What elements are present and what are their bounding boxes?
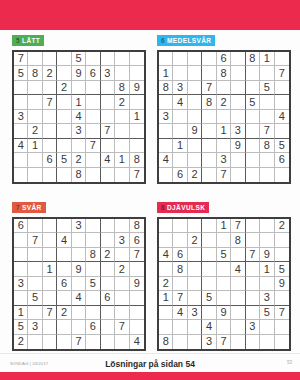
- sudoku-cell: [275, 320, 289, 334]
- sudoku-cell: [115, 52, 129, 66]
- sudoku-cell: [159, 219, 173, 233]
- sudoku-cell: [130, 66, 144, 80]
- sudoku-cell: [101, 219, 115, 233]
- sudoku-cell: [260, 110, 274, 124]
- sudoku-cell: [260, 335, 274, 349]
- sudoku-cell: [101, 262, 115, 276]
- sudoku-cell: [130, 306, 144, 320]
- sudoku-cell: [260, 168, 274, 182]
- sudoku-cell: [217, 291, 231, 305]
- sudoku-cell: [231, 306, 245, 320]
- sudoku-cell: [57, 139, 71, 153]
- sudoku-cell: [275, 81, 289, 95]
- sudoku-cell: [173, 233, 187, 247]
- sudoku-cell: 8: [159, 335, 173, 349]
- sudoku-cell: [43, 219, 57, 233]
- sudoku-cell: 2: [101, 248, 115, 262]
- sudoku-cell: 1: [159, 66, 173, 80]
- sudoku-cell: [217, 81, 231, 95]
- sudoku-cell: [246, 219, 260, 233]
- sudoku-cell: [202, 306, 216, 320]
- sudoku-cell: 1: [72, 95, 86, 109]
- sudoku-cell: [28, 277, 42, 291]
- puzzle-section-svar: 7SVÅR 638743682719236595461725367274: [12, 202, 146, 351]
- sudoku-cell: [188, 219, 202, 233]
- sudoku-cell: [43, 52, 57, 66]
- sudoku-cell: [275, 291, 289, 305]
- sudoku-cell: 8: [86, 248, 100, 262]
- sudoku-cell: 7: [217, 335, 231, 349]
- sudoku-cell: 6: [275, 153, 289, 167]
- sudoku-cell: [188, 110, 202, 124]
- sudoku-cell: [115, 124, 129, 138]
- sudoku-cell: [188, 52, 202, 66]
- sudoku-cell: [14, 262, 28, 276]
- sudoku-cell: 1: [260, 262, 274, 276]
- badge-number: 8: [161, 204, 165, 211]
- sudoku-cell: [86, 52, 100, 66]
- sudoku-cell: [231, 95, 245, 109]
- sudoku-cell: 5: [217, 248, 231, 262]
- sudoku-cell: 3: [217, 153, 231, 167]
- sudoku-cell: 5: [86, 277, 100, 291]
- sudoku-cell: [130, 320, 144, 334]
- sudoku-cell: [202, 139, 216, 153]
- sudoku-cell: [246, 335, 260, 349]
- sudoku-cell: [101, 139, 115, 153]
- sudoku-cell: 8: [115, 81, 129, 95]
- sudoku-cell: [188, 291, 202, 305]
- sudoku-cell: [246, 66, 260, 80]
- sudoku-cell: 3: [14, 110, 28, 124]
- sudoku-cell: [43, 110, 57, 124]
- sudoku-cell: [57, 66, 71, 80]
- sudoku-cell: 3: [159, 110, 173, 124]
- sudoku-cell: [130, 52, 144, 66]
- sudoku-cell: [217, 277, 231, 291]
- sudoku-cell: [101, 81, 115, 95]
- sudoku-cell: [188, 153, 202, 167]
- sudoku-cell: [217, 233, 231, 247]
- sudoku-cell: [86, 262, 100, 276]
- solutions-text: Lösningar på sidan 54: [0, 359, 300, 369]
- sudoku-cell: [246, 306, 260, 320]
- sudoku-cell: 7: [217, 168, 231, 182]
- sudoku-cell: [86, 95, 100, 109]
- sudoku-cell: [188, 66, 202, 80]
- sudoku-cell: [72, 81, 86, 95]
- sudoku-cell: 3: [72, 219, 86, 233]
- sudoku-cell: [275, 95, 289, 109]
- sudoku-cell: 2: [28, 124, 42, 138]
- sudoku-cell: [101, 320, 115, 334]
- sudoku-cell: [246, 262, 260, 276]
- sudoku-cell: 4: [72, 291, 86, 305]
- sudoku-cell: [86, 219, 100, 233]
- puzzle-grid-layout: 5LÄTT 7558296328971234123741765241887 6M…: [12, 35, 289, 351]
- sudoku-cell: 4: [130, 335, 144, 349]
- sudoku-cell: 2: [115, 95, 129, 109]
- sudoku-cell: [246, 291, 260, 305]
- sudoku-cell: 3: [231, 124, 245, 138]
- sudoku-cell: [57, 291, 71, 305]
- sudoku-board: 7558296328971234123741765241887: [12, 50, 146, 184]
- sudoku-cell: [28, 168, 42, 182]
- puzzle-section-latt: 5LÄTT 7558296328971234123741765241887: [12, 35, 146, 184]
- puzzle-section-medelsvar: 6MEDELSVÅR 68118783754825349137198543662…: [157, 35, 291, 184]
- sudoku-cell: [202, 262, 216, 276]
- sudoku-cell: 7: [275, 66, 289, 80]
- sudoku-cell: [130, 124, 144, 138]
- sudoku-cell: 4: [101, 153, 115, 167]
- sudoku-cell: [43, 168, 57, 182]
- sudoku-cell: 1: [217, 219, 231, 233]
- sudoku-cell: [130, 262, 144, 276]
- sudoku-cell: [43, 81, 57, 95]
- sudoku-cell: 2: [72, 153, 86, 167]
- sudoku-cell: [57, 95, 71, 109]
- sudoku-cell: [115, 110, 129, 124]
- sudoku-cell: [188, 139, 202, 153]
- sudoku-cell: [173, 335, 187, 349]
- sudoku-cell: [43, 139, 57, 153]
- sudoku-cell: 4: [202, 320, 216, 334]
- sudoku-cell: [101, 168, 115, 182]
- sudoku-cell: [57, 52, 71, 66]
- sudoku-cell: [28, 262, 42, 276]
- sudoku-cell: 3: [260, 291, 274, 305]
- sudoku-cell: 6: [57, 277, 71, 291]
- sudoku-cell: 2: [188, 233, 202, 247]
- sudoku-cell: [246, 168, 260, 182]
- sudoku-cell: [188, 81, 202, 95]
- sudoku-cell: 1: [115, 153, 129, 167]
- sudoku-cell: 1: [173, 139, 187, 153]
- sudoku-cell: 3: [173, 81, 187, 95]
- sudoku-cell: [173, 277, 187, 291]
- sudoku-cell: 7: [43, 95, 57, 109]
- sudoku-cell: 8: [130, 219, 144, 233]
- sudoku-cell: 6: [101, 291, 115, 305]
- sudoku-cell: [86, 110, 100, 124]
- sudoku-cell: [246, 277, 260, 291]
- sudoku-cell: [275, 52, 289, 66]
- sudoku-cell: 3: [246, 320, 260, 334]
- sudoku-cell: 8: [246, 52, 260, 66]
- sudoku-cell: 8: [173, 262, 187, 276]
- sudoku-cell: [72, 277, 86, 291]
- sudoku-cell: [246, 110, 260, 124]
- sudoku-cell: [43, 124, 57, 138]
- sudoku-cell: [173, 219, 187, 233]
- sudoku-cell: [28, 110, 42, 124]
- sudoku-cell: 4: [14, 139, 28, 153]
- sudoku-cell: 7: [101, 124, 115, 138]
- sudoku-cell: [231, 52, 245, 66]
- sudoku-cell: [159, 233, 173, 247]
- sudoku-cell: 9: [130, 277, 144, 291]
- sudoku-cell: [188, 95, 202, 109]
- sudoku-cell: [14, 153, 28, 167]
- sudoku-cell: [115, 291, 129, 305]
- sudoku-cell: 8: [159, 81, 173, 95]
- sudoku-cell: 1: [260, 52, 274, 66]
- sudoku-cell: [43, 233, 57, 247]
- sudoku-cell: [72, 139, 86, 153]
- sudoku-cell: [57, 248, 71, 262]
- sudoku-cell: [130, 291, 144, 305]
- sudoku-cell: [260, 277, 274, 291]
- sudoku-cell: 5: [275, 262, 289, 276]
- sudoku-cell: [202, 233, 216, 247]
- sudoku-cell: [130, 139, 144, 153]
- sudoku-cell: 8: [130, 153, 144, 167]
- sudoku-cell: 9: [72, 66, 86, 80]
- sudoku-cell: 2: [57, 81, 71, 95]
- sudoku-cell: [188, 335, 202, 349]
- page-number: 53: [287, 360, 292, 365]
- sudoku-cell: 4: [57, 233, 71, 247]
- sudoku-cell: [217, 262, 231, 276]
- sudoku-cell: [57, 335, 71, 349]
- badge-label: SVÅR: [22, 204, 42, 211]
- sudoku-cell: 3: [72, 124, 86, 138]
- sudoku-cell: 5: [28, 291, 42, 305]
- sudoku-cell: [202, 248, 216, 262]
- sudoku-cell: [57, 219, 71, 233]
- sudoku-cell: 4: [231, 262, 245, 276]
- sudoku-cell: 9: [130, 81, 144, 95]
- sudoku-cell: 8: [231, 233, 245, 247]
- sudoku-cell: [28, 95, 42, 109]
- sudoku-cell: 7: [130, 168, 144, 182]
- sudoku-cell: [231, 291, 245, 305]
- sudoku-cell: [231, 66, 245, 80]
- sudoku-cell: [275, 248, 289, 262]
- sudoku-cell: 7: [115, 320, 129, 334]
- sudoku-cell: 2: [188, 168, 202, 182]
- sudoku-cell: [202, 110, 216, 124]
- sudoku-cell: [14, 233, 28, 247]
- sudoku-cell: [159, 306, 173, 320]
- sudoku-cell: [57, 320, 71, 334]
- sudoku-cell: [159, 139, 173, 153]
- puzzle-page: 5LÄTT 7558296328971234123741765241887 6M…: [0, 30, 300, 351]
- sudoku-cell: 1: [217, 124, 231, 138]
- badge-number: 5: [16, 37, 20, 44]
- sudoku-cell: [173, 110, 187, 124]
- sudoku-cell: 3: [28, 320, 42, 334]
- sudoku-cell: [231, 320, 245, 334]
- sudoku-cell: 5: [57, 153, 71, 167]
- sudoku-cell: [101, 233, 115, 247]
- sudoku-cell: 9: [72, 262, 86, 276]
- sudoku-cell: 7: [28, 233, 42, 247]
- sudoku-cell: [173, 320, 187, 334]
- sudoku-cell: [173, 124, 187, 138]
- sudoku-cell: 7: [86, 139, 100, 153]
- sudoku-cell: [275, 124, 289, 138]
- sudoku-cell: 3: [115, 233, 129, 247]
- sudoku-cell: [14, 95, 28, 109]
- sudoku-cell: [260, 320, 274, 334]
- sudoku-cell: 6: [217, 52, 231, 66]
- sudoku-cell: [173, 66, 187, 80]
- sudoku-cell: [43, 320, 57, 334]
- sudoku-board: 681187837548253491371985436627: [157, 50, 291, 184]
- sudoku-cell: 2: [57, 306, 71, 320]
- sudoku-cell: [101, 306, 115, 320]
- sudoku-cell: 1: [130, 110, 144, 124]
- badge-label: MEDELSVÅR: [167, 37, 211, 44]
- sudoku-cell: [159, 262, 173, 276]
- sudoku-cell: 1: [28, 139, 42, 153]
- badge-number: 6: [161, 37, 165, 44]
- sudoku-cell: 5: [246, 95, 260, 109]
- sudoku-cell: 7: [275, 306, 289, 320]
- sudoku-cell: [86, 233, 100, 247]
- difficulty-badge: 6MEDELSVÅR: [157, 35, 215, 46]
- sudoku-cell: 9: [275, 277, 289, 291]
- sudoku-cell: 5: [260, 81, 274, 95]
- sudoku-cell: 8: [72, 168, 86, 182]
- sudoku-cell: [246, 139, 260, 153]
- sudoku-cell: [28, 306, 42, 320]
- sudoku-cell: [101, 110, 115, 124]
- sudoku-cell: [246, 233, 260, 247]
- sudoku-cell: [202, 168, 216, 182]
- sudoku-cell: 7: [14, 52, 28, 66]
- sudoku-cell: [72, 248, 86, 262]
- sudoku-cell: 3: [101, 66, 115, 80]
- badge-label: DJÄVULSK: [167, 204, 205, 211]
- sudoku-cell: [86, 81, 100, 95]
- sudoku-cell: [231, 277, 245, 291]
- sudoku-cell: [231, 153, 245, 167]
- sudoku-cell: [115, 306, 129, 320]
- sudoku-cell: 1: [159, 291, 173, 305]
- sudoku-cell: [159, 320, 173, 334]
- sudoku-cell: 6: [14, 219, 28, 233]
- badge-number: 7: [16, 204, 20, 211]
- footer: SÖNDAG | 03/2017 Lösningar på sidan 54 5…: [0, 353, 300, 372]
- sudoku-cell: [101, 335, 115, 349]
- sudoku-cell: 1: [14, 306, 28, 320]
- sudoku-cell: [202, 66, 216, 80]
- sudoku-cell: [28, 52, 42, 66]
- sudoku-cell: 9: [260, 248, 274, 262]
- sudoku-cell: 4: [173, 95, 187, 109]
- sudoku-cell: 7: [43, 306, 57, 320]
- sudoku-cell: 5: [14, 320, 28, 334]
- sudoku-cell: [275, 233, 289, 247]
- sudoku-cell: 7: [72, 335, 86, 349]
- sudoku-cell: [72, 306, 86, 320]
- sudoku-cell: [14, 168, 28, 182]
- sudoku-cell: [188, 262, 202, 276]
- sudoku-cell: [14, 291, 28, 305]
- sudoku-cell: [260, 153, 274, 167]
- sudoku-cell: [115, 248, 129, 262]
- sudoku-cell: [14, 81, 28, 95]
- sudoku-cell: [260, 95, 274, 109]
- sudoku-cell: [14, 248, 28, 262]
- sudoku-cell: [57, 110, 71, 124]
- top-red-bar: [0, 0, 300, 30]
- sudoku-cell: 2: [217, 95, 231, 109]
- sudoku-board: 172284657984152917534395743837: [157, 217, 291, 351]
- sudoku-cell: 1: [43, 262, 57, 276]
- sudoku-cell: [159, 124, 173, 138]
- sudoku-cell: [28, 248, 42, 262]
- sudoku-cell: 6: [43, 153, 57, 167]
- sudoku-cell: [202, 277, 216, 291]
- sudoku-cell: [130, 95, 144, 109]
- sudoku-cell: [43, 291, 57, 305]
- sudoku-cell: 7: [202, 81, 216, 95]
- sudoku-cell: [260, 233, 274, 247]
- sudoku-cell: 8: [260, 139, 274, 153]
- sudoku-cell: 2: [43, 66, 57, 80]
- sudoku-cell: [246, 124, 260, 138]
- sudoku-cell: 5: [14, 66, 28, 80]
- sudoku-cell: [28, 219, 42, 233]
- sudoku-cell: 9: [217, 306, 231, 320]
- sudoku-cell: [57, 168, 71, 182]
- sudoku-cell: [231, 81, 245, 95]
- sudoku-cell: 2: [14, 335, 28, 349]
- sudoku-cell: 2: [115, 262, 129, 276]
- sudoku-cell: [115, 66, 129, 80]
- sudoku-cell: [173, 153, 187, 167]
- sudoku-cell: 5: [202, 291, 216, 305]
- sudoku-cell: 6: [86, 320, 100, 334]
- sudoku-cell: [101, 52, 115, 66]
- badge-label: LÄTT: [22, 37, 40, 44]
- sudoku-cell: [275, 335, 289, 349]
- sudoku-cell: [72, 320, 86, 334]
- sudoku-cell: [115, 219, 129, 233]
- sudoku-cell: [101, 277, 115, 291]
- sudoku-cell: 2: [275, 219, 289, 233]
- sudoku-cell: [202, 124, 216, 138]
- sudoku-cell: [246, 81, 260, 95]
- sudoku-cell: 2: [159, 277, 173, 291]
- sudoku-cell: [231, 110, 245, 124]
- sudoku-cell: 5: [72, 52, 86, 66]
- sudoku-cell: [115, 139, 129, 153]
- sudoku-cell: [260, 66, 274, 80]
- sudoku-cell: [173, 52, 187, 66]
- sudoku-cell: [231, 335, 245, 349]
- sudoku-cell: 9: [231, 139, 245, 153]
- sudoku-cell: 4: [173, 306, 187, 320]
- sudoku-cell: [231, 168, 245, 182]
- sudoku-cell: [202, 219, 216, 233]
- sudoku-cell: [188, 277, 202, 291]
- sudoku-cell: [217, 110, 231, 124]
- sudoku-cell: [275, 168, 289, 182]
- sudoku-cell: 6: [173, 248, 187, 262]
- sudoku-cell: [57, 124, 71, 138]
- sudoku-cell: [28, 335, 42, 349]
- sudoku-cell: 7: [231, 219, 245, 233]
- sudoku-cell: [28, 153, 42, 167]
- sudoku-cell: [202, 153, 216, 167]
- sudoku-cell: 3: [188, 306, 202, 320]
- difficulty-badge: 7SVÅR: [12, 202, 46, 213]
- sudoku-cell: [246, 153, 260, 167]
